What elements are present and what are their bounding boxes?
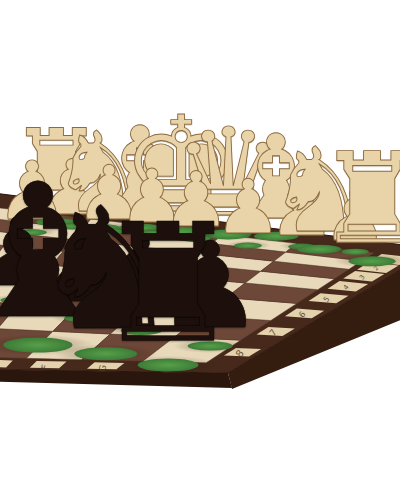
chessboard: ABCDEFGH12345678: [0, 0, 400, 500]
product-photo: ABCDEFGH12345678 ♟♜♟♞♟♝♟♚♟♛♟♝♟♞♟♜♟♝♟♞♟♜♟: [0, 0, 400, 500]
